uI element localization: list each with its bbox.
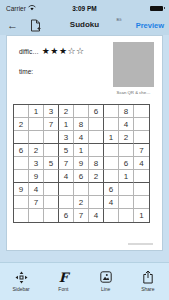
- time-label: time:: [19, 68, 33, 75]
- sudoku-cell[interactable]: [104, 118, 119, 131]
- preview-button[interactable]: Preview: [136, 21, 164, 30]
- sudoku-cell[interactable]: 2: [29, 144, 44, 157]
- sudoku-cell[interactable]: [29, 118, 44, 131]
- sudoku-cell[interactable]: [104, 157, 119, 170]
- sudoku-cell[interactable]: [74, 183, 89, 196]
- difficulty-label: diffic…: [19, 48, 39, 55]
- sudoku-cell[interactable]: 8: [89, 157, 104, 170]
- sudoku-cell[interactable]: [104, 144, 119, 157]
- difficulty-row: diffic… ★★★☆☆: [19, 47, 85, 56]
- sudoku-cell[interactable]: [134, 170, 149, 183]
- sudoku-cell[interactable]: 7: [59, 157, 74, 170]
- sudoku-cell[interactable]: [14, 157, 29, 170]
- sudoku-cell[interactable]: 3: [29, 157, 44, 170]
- sudoku-cell[interactable]: [59, 196, 74, 209]
- sudoku-cell[interactable]: 5: [59, 144, 74, 157]
- sudoku-cell[interactable]: [119, 196, 134, 209]
- sudoku-cell[interactable]: 8: [119, 105, 134, 118]
- sudoku-cell[interactable]: [29, 131, 44, 144]
- sudoku-cell[interactable]: 6: [59, 209, 74, 222]
- sudoku-cell[interactable]: 1: [119, 170, 134, 183]
- sudoku-cell[interactable]: 2: [74, 196, 89, 209]
- sudoku-cell[interactable]: 1: [134, 209, 149, 222]
- background-picker[interactable]: BG: [113, 17, 125, 22]
- sudoku-cell[interactable]: 7: [44, 118, 59, 131]
- wifi-icon: [28, 5, 36, 11]
- sudoku-cell[interactable]: 6: [89, 105, 104, 118]
- line-button[interactable]: Line: [89, 270, 123, 300]
- font-icon: F: [59, 271, 68, 284]
- share-button[interactable]: Share: [131, 270, 165, 300]
- sudoku-cell[interactable]: 4: [29, 183, 44, 196]
- sudoku-cell[interactable]: [104, 170, 119, 183]
- sudoku-cell[interactable]: [89, 144, 104, 157]
- sudoku-cell[interactable]: 9: [29, 170, 44, 183]
- qr-caption: Scan QR & che…: [107, 90, 160, 95]
- sudoku-cell[interactable]: [119, 183, 134, 196]
- sudoku-cell[interactable]: [104, 209, 119, 222]
- difficulty-stars: ★★★☆☆: [42, 47, 85, 56]
- carrier-label: Carrier: [6, 5, 26, 12]
- sidebar-button[interactable]: Sidebar: [4, 270, 38, 300]
- sudoku-cell[interactable]: [89, 183, 104, 196]
- font-button[interactable]: F Font: [46, 270, 80, 300]
- sudoku-cell[interactable]: [134, 196, 149, 209]
- sudoku-cell[interactable]: [14, 170, 29, 183]
- sudoku-cell[interactable]: [44, 196, 59, 209]
- sudoku-cell[interactable]: 4: [104, 196, 119, 209]
- nav-bar: ← Sudoku BG Preview: [0, 16, 169, 35]
- sudoku-cell[interactable]: 4: [74, 131, 89, 144]
- sudoku-cell[interactable]: 5: [44, 157, 59, 170]
- sudoku-cell[interactable]: [29, 209, 44, 222]
- sudoku-cell[interactable]: 9: [74, 157, 89, 170]
- sudoku-cell[interactable]: [89, 131, 104, 144]
- sudoku-cell[interactable]: 4: [89, 209, 104, 222]
- sidebar-button-label: Sidebar: [13, 286, 30, 292]
- status-bar: Carrier 3:09 PM: [0, 0, 169, 16]
- sudoku-cell[interactable]: [14, 105, 29, 118]
- sudoku-cell[interactable]: 7: [74, 209, 89, 222]
- sudoku-cell[interactable]: [44, 209, 59, 222]
- background-picker-label: BG: [113, 18, 125, 22]
- sudoku-cell[interactable]: 2: [14, 118, 29, 131]
- sudoku-cell[interactable]: 3: [59, 131, 74, 144]
- sudoku-cell[interactable]: 7: [134, 144, 149, 157]
- sudoku-cell[interactable]: [119, 209, 134, 222]
- sudoku-cell[interactable]: [134, 131, 149, 144]
- sudoku-cell[interactable]: 6: [74, 170, 89, 183]
- sudoku-cell[interactable]: 3: [44, 105, 59, 118]
- sudoku-cell[interactable]: [134, 105, 149, 118]
- sudoku-cell[interactable]: [89, 196, 104, 209]
- sudoku-cell[interactable]: [14, 196, 29, 209]
- sudoku-cell[interactable]: 2: [119, 131, 134, 144]
- watermark-text: [128, 243, 153, 245]
- line-button-label: Line: [101, 286, 110, 292]
- sudoku-cell[interactable]: 6: [14, 144, 29, 157]
- battery-icon: [150, 6, 163, 11]
- carrier-area: Carrier: [6, 5, 36, 12]
- sudoku-cell[interactable]: [134, 118, 149, 131]
- sudoku-cell[interactable]: 1: [104, 131, 119, 144]
- font-button-label: Font: [58, 286, 68, 292]
- move-icon: [15, 270, 28, 284]
- sudoku-cell[interactable]: 6: [119, 157, 134, 170]
- sudoku-cell[interactable]: 2: [89, 170, 104, 183]
- sudoku-cell[interactable]: 4: [59, 170, 74, 183]
- sudoku-cell[interactable]: [44, 144, 59, 157]
- sudoku-cell[interactable]: [59, 183, 74, 196]
- share-button-label: Share: [141, 286, 154, 292]
- sudoku-cell[interactable]: [14, 131, 29, 144]
- sudoku-cell[interactable]: [14, 209, 29, 222]
- bottom-toolbar: Sidebar F Font Line Share: [0, 262, 169, 300]
- sudoku-cell[interactable]: 4: [119, 118, 134, 131]
- sudoku-cell[interactable]: 8: [74, 118, 89, 131]
- sudoku-cell[interactable]: [44, 131, 59, 144]
- qr-code-placeholder: [113, 42, 154, 87]
- sudoku-cell[interactable]: [134, 183, 149, 196]
- sudoku-cell[interactable]: [74, 105, 89, 118]
- sudoku-cell[interactable]: 1: [74, 144, 89, 157]
- sudoku-cell[interactable]: 4: [134, 157, 149, 170]
- sudoku-cell[interactable]: [119, 144, 134, 157]
- sudoku-cell[interactable]: [44, 183, 59, 196]
- picture-icon: [100, 270, 112, 284]
- app-screen: Carrier 3:09 PM ← Sudoku BG Preview: [0, 0, 169, 300]
- sudoku-cell[interactable]: 1: [59, 118, 74, 131]
- sudoku-cell[interactable]: [44, 170, 59, 183]
- sudoku-grid: 1326827184341262517357986494621946724674…: [13, 104, 150, 223]
- sudoku-cell[interactable]: 7: [29, 196, 44, 209]
- sudoku-cell[interactable]: 9: [14, 183, 29, 196]
- sudoku-cell[interactable]: [89, 118, 104, 131]
- sudoku-cell[interactable]: 1: [29, 105, 44, 118]
- sudoku-cell[interactable]: 2: [59, 105, 74, 118]
- sudoku-cell[interactable]: 6: [104, 183, 119, 196]
- share-icon: [142, 270, 154, 284]
- puzzle-card: diffic… ★★★☆☆ time: Scan QR & che… 13268…: [6, 35, 163, 251]
- sudoku-cell[interactable]: [104, 105, 119, 118]
